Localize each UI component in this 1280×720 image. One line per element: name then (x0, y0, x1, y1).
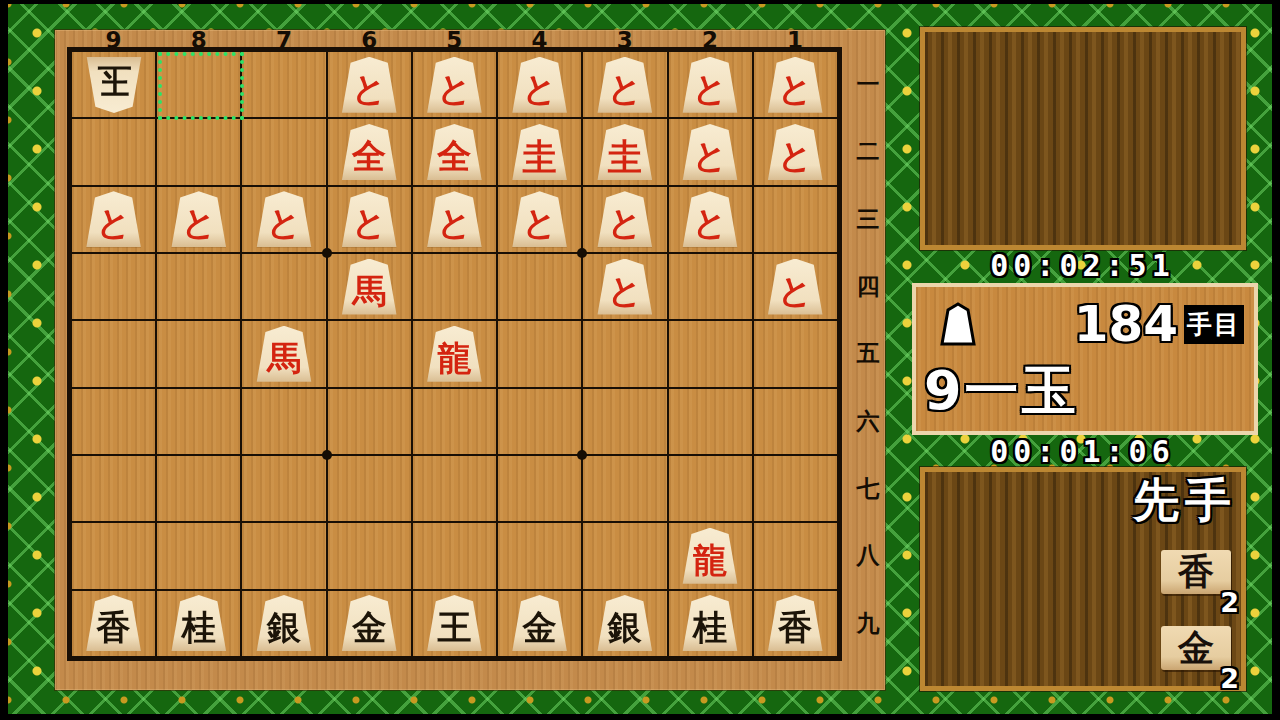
square-6七[interactable] (327, 455, 412, 522)
square-7一[interactable] (241, 51, 326, 118)
last-move-origin-highlight (158, 52, 244, 120)
rank-label-二: 二 (853, 118, 883, 185)
move-number-row: 184 手目 (924, 291, 1246, 357)
square-8四[interactable] (156, 253, 241, 320)
square-2六[interactable] (668, 388, 753, 455)
square-4七[interactable] (497, 455, 582, 522)
move-suffix-label: 手目 (1184, 305, 1244, 344)
rank-label-八: 八 (853, 522, 883, 589)
sente-hand-pieces: 香2金2 (1161, 550, 1231, 702)
square-6六[interactable] (327, 388, 412, 455)
square-9六[interactable] (71, 388, 156, 455)
square-1六[interactable] (753, 388, 838, 455)
square-8五[interactable] (156, 320, 241, 387)
shogi-game-screen: 987654321 一二三四五六七八九 玉とととととと全全圭圭ととととととととと… (0, 0, 1280, 720)
gote-clock: 00:02:51 (915, 251, 1250, 281)
rank-label-五: 五 (853, 320, 883, 387)
square-7四[interactable] (241, 253, 326, 320)
square-4六[interactable] (497, 388, 582, 455)
rank-label-七: 七 (853, 455, 883, 522)
square-6八[interactable] (327, 522, 412, 589)
rank-label-六: 六 (853, 387, 883, 454)
square-5七[interactable] (412, 455, 497, 522)
square-7八[interactable] (241, 522, 326, 589)
square-7六[interactable] (241, 388, 326, 455)
rank-label-三: 三 (853, 186, 883, 253)
last-move-text: 9一玉 (924, 359, 1246, 423)
gote-captured-tray (920, 27, 1246, 250)
square-6五[interactable] (327, 320, 412, 387)
square-8二[interactable] (156, 118, 241, 185)
square-4四[interactable] (497, 253, 582, 320)
square-9七[interactable] (71, 455, 156, 522)
sente-clock: 00:01:06 (915, 437, 1250, 467)
shogi-board: 987654321 一二三四五六七八九 玉とととととと全全圭圭ととととととととと… (55, 30, 885, 690)
square-8七[interactable] (156, 455, 241, 522)
square-9五[interactable] (71, 320, 156, 387)
square-3六[interactable] (582, 388, 667, 455)
rank-label-一: 一 (853, 51, 883, 118)
star-point (322, 450, 332, 460)
square-4八[interactable] (497, 522, 582, 589)
square-7七[interactable] (241, 455, 326, 522)
square-5四[interactable] (412, 253, 497, 320)
sente-label: 先手 (1133, 470, 1237, 532)
square-7二[interactable] (241, 118, 326, 185)
square-1七[interactable] (753, 455, 838, 522)
square-8六[interactable] (156, 388, 241, 455)
square-3七[interactable] (582, 455, 667, 522)
rank-label-九: 九 (853, 589, 883, 656)
square-3五[interactable] (582, 320, 667, 387)
star-point (322, 248, 332, 258)
hand-count-金: 2 (1220, 663, 1239, 694)
hand-piece-香[interactable]: 香2 (1161, 550, 1231, 594)
rank-label-四: 四 (853, 253, 883, 320)
square-2五[interactable] (668, 320, 753, 387)
square-9四[interactable] (71, 253, 156, 320)
move-info-panel: 184 手目 9一玉 (912, 283, 1258, 435)
square-9二[interactable] (71, 118, 156, 185)
sente-captured-tray: 先手 香2金2 (920, 467, 1246, 691)
square-5六[interactable] (412, 388, 497, 455)
square-1八[interactable] (753, 522, 838, 589)
square-8八[interactable] (156, 522, 241, 589)
hand-count-香: 2 (1220, 587, 1239, 618)
white-piece-icon (938, 301, 978, 347)
star-point (577, 450, 587, 460)
square-9八[interactable] (71, 522, 156, 589)
square-1五[interactable] (753, 320, 838, 387)
rank-coordinates: 一二三四五六七八九 (853, 51, 883, 657)
square-5八[interactable] (412, 522, 497, 589)
square-2七[interactable] (668, 455, 753, 522)
square-1三[interactable] (753, 186, 838, 253)
move-number: 184 (1074, 294, 1178, 354)
square-2四[interactable] (668, 253, 753, 320)
square-4五[interactable] (497, 320, 582, 387)
square-3八[interactable] (582, 522, 667, 589)
hand-piece-金[interactable]: 金2 (1161, 626, 1231, 670)
